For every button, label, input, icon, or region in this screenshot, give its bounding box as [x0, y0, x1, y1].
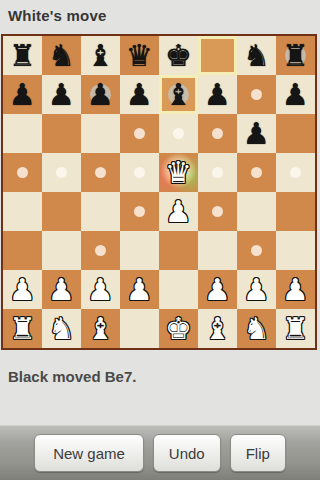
square-c5[interactable]: [81, 153, 120, 192]
black-knight-b8[interactable]: ♞: [42, 36, 81, 75]
black-pawn-f7[interactable]: ♟: [198, 75, 237, 114]
square-h3[interactable]: [276, 231, 315, 270]
square-g5[interactable]: [237, 153, 276, 192]
white-pawn-c2[interactable]: ♟: [81, 270, 120, 309]
square-e2[interactable]: [159, 270, 198, 309]
square-b5[interactable]: [42, 153, 81, 192]
square-b7[interactable]: ♟: [42, 75, 81, 114]
chess-app-screen: White's move ♜♞♝♛♚♞♜♟♟♟♟♝♟♟♟♛♟♟♟♟♟♟♟♟♜♞♝…: [0, 0, 320, 480]
undo-button[interactable]: Undo: [153, 434, 221, 472]
square-f5[interactable]: [198, 153, 237, 192]
black-pawn-g6[interactable]: ♟: [237, 114, 276, 153]
square-f7[interactable]: ♟: [198, 75, 237, 114]
square-f8[interactable]: [198, 36, 237, 75]
square-d6[interactable]: [120, 114, 159, 153]
square-e5[interactable]: ♛: [159, 153, 198, 192]
square-b4[interactable]: [42, 192, 81, 231]
square-e7[interactable]: ♝: [159, 75, 198, 114]
black-pawn-a7[interactable]: ♟: [3, 75, 42, 114]
white-pawn-g2[interactable]: ♟: [237, 270, 276, 309]
new-game-button[interactable]: New game: [34, 434, 144, 472]
black-rook-a8[interactable]: ♜: [3, 36, 42, 75]
black-pawn-b7[interactable]: ♟: [42, 75, 81, 114]
square-h1[interactable]: ♜: [276, 309, 315, 348]
black-pawn-d7[interactable]: ♟: [120, 75, 159, 114]
square-g8[interactable]: ♞: [237, 36, 276, 75]
square-g6[interactable]: ♟: [237, 114, 276, 153]
square-d7[interactable]: ♟: [120, 75, 159, 114]
square-g7[interactable]: [237, 75, 276, 114]
square-a1[interactable]: ♜: [3, 309, 42, 348]
white-pawn-h2[interactable]: ♟: [276, 270, 315, 309]
square-b3[interactable]: [42, 231, 81, 270]
flip-button[interactable]: Flip: [230, 434, 286, 472]
square-h8[interactable]: ♜: [276, 36, 315, 75]
square-e8[interactable]: ♚: [159, 36, 198, 75]
square-a2[interactable]: ♟: [3, 270, 42, 309]
square-g1[interactable]: ♞: [237, 309, 276, 348]
square-e3[interactable]: [159, 231, 198, 270]
square-a6[interactable]: [3, 114, 42, 153]
square-e6[interactable]: [159, 114, 198, 153]
white-rook-a1[interactable]: ♜: [3, 309, 42, 348]
square-e4[interactable]: ♟: [159, 192, 198, 231]
square-h7[interactable]: ♟: [276, 75, 315, 114]
square-d8[interactable]: ♛: [120, 36, 159, 75]
square-f4[interactable]: [198, 192, 237, 231]
white-pawn-b2[interactable]: ♟: [42, 270, 81, 309]
white-bishop-c1[interactable]: ♝: [81, 309, 120, 348]
square-h4[interactable]: [276, 192, 315, 231]
black-knight-g8[interactable]: ♞: [237, 36, 276, 75]
square-b2[interactable]: ♟: [42, 270, 81, 309]
white-pawn-e4[interactable]: ♟: [159, 192, 198, 231]
black-bishop-c8[interactable]: ♝: [81, 36, 120, 75]
square-g3[interactable]: [237, 231, 276, 270]
white-pawn-f2[interactable]: ♟: [198, 270, 237, 309]
white-queen-e5[interactable]: ♛: [159, 153, 198, 192]
turn-indicator: White's move: [8, 7, 107, 24]
square-c8[interactable]: ♝: [81, 36, 120, 75]
square-b6[interactable]: [42, 114, 81, 153]
white-pawn-d2[interactable]: ♟: [120, 270, 159, 309]
button-bar: New game Undo Flip: [0, 425, 320, 480]
black-pawn-c7[interactable]: ♟: [81, 75, 120, 114]
square-a3[interactable]: [3, 231, 42, 270]
square-c2[interactable]: ♟: [81, 270, 120, 309]
square-d4[interactable]: [120, 192, 159, 231]
square-f3[interactable]: [198, 231, 237, 270]
square-c3[interactable]: [81, 231, 120, 270]
square-f1[interactable]: ♝: [198, 309, 237, 348]
square-a5[interactable]: [3, 153, 42, 192]
square-a7[interactable]: ♟: [3, 75, 42, 114]
square-h2[interactable]: ♟: [276, 270, 315, 309]
status-message: Black moved Be7.: [8, 368, 136, 385]
square-g2[interactable]: ♟: [237, 270, 276, 309]
black-queen-d8[interactable]: ♛: [120, 36, 159, 75]
square-h6[interactable]: [276, 114, 315, 153]
square-d1[interactable]: [120, 309, 159, 348]
square-c4[interactable]: [81, 192, 120, 231]
square-e1[interactable]: ♚: [159, 309, 198, 348]
black-king-e8[interactable]: ♚: [159, 36, 198, 75]
board-grid: ♜♞♝♛♚♞♜♟♟♟♟♝♟♟♟♛♟♟♟♟♟♟♟♟♜♞♝♚♝♞♜: [3, 36, 315, 348]
white-bishop-f1[interactable]: ♝: [198, 309, 237, 348]
square-d3[interactable]: [120, 231, 159, 270]
square-b8[interactable]: ♞: [42, 36, 81, 75]
square-c1[interactable]: ♝: [81, 309, 120, 348]
white-pawn-a2[interactable]: ♟: [3, 270, 42, 309]
square-c7[interactable]: ♟: [81, 75, 120, 114]
white-knight-g1[interactable]: ♞: [237, 309, 276, 348]
square-b1[interactable]: ♞: [42, 309, 81, 348]
square-f2[interactable]: ♟: [198, 270, 237, 309]
black-pawn-h7[interactable]: ♟: [276, 75, 315, 114]
square-a8[interactable]: ♜: [3, 36, 42, 75]
white-knight-b1[interactable]: ♞: [42, 309, 81, 348]
square-d5[interactable]: [120, 153, 159, 192]
square-c6[interactable]: [81, 114, 120, 153]
square-f6[interactable]: [198, 114, 237, 153]
white-king-e1[interactable]: ♚: [159, 309, 198, 348]
white-rook-h1[interactable]: ♜: [276, 309, 315, 348]
square-g4[interactable]: [237, 192, 276, 231]
chess-board: ♜♞♝♛♚♞♜♟♟♟♟♝♟♟♟♛♟♟♟♟♟♟♟♟♜♞♝♚♝♞♜: [1, 34, 317, 350]
square-h5[interactable]: [276, 153, 315, 192]
black-rook-h8[interactable]: ♜: [276, 36, 315, 75]
square-d2[interactable]: ♟: [120, 270, 159, 309]
square-a4[interactable]: [3, 192, 42, 231]
black-bishop-e7[interactable]: ♝: [159, 75, 198, 114]
